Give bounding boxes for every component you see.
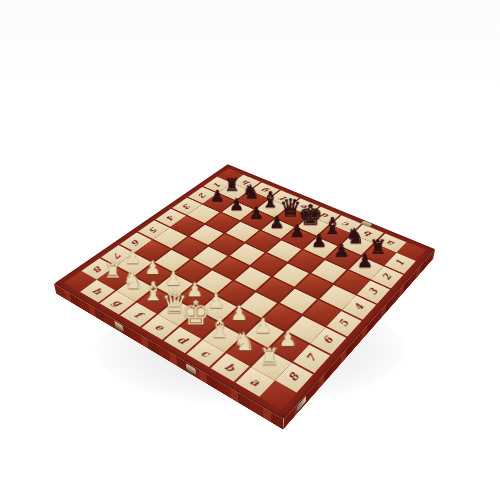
board-scene: hgfedcba hgfedcba 12345678 12345678 ♜♞♝♛… — [114, 130, 386, 402]
white-knight-glyph: ♞ — [123, 269, 144, 292]
white-rook-glyph: ♜ — [104, 260, 122, 281]
black-pawn-glyph: ♟ — [356, 252, 372, 270]
white-rook-glyph: ♜ — [259, 344, 280, 367]
black-pawn-glyph: ♟ — [290, 223, 305, 240]
white-bishop-glyph: ♝ — [208, 314, 232, 341]
black-pawn-glyph: ♟ — [269, 214, 284, 231]
white-pawn-glyph: ♟ — [254, 316, 272, 336]
black-rook-glyph: ♜ — [224, 176, 240, 194]
white-pawn-glyph: ♟ — [230, 304, 248, 324]
chess-board: hgfedcba hgfedcba 12345678 12345678 ♜♞♝♛… — [54, 164, 435, 419]
white-pawn-glyph: ♟ — [125, 248, 141, 266]
black-pawn-glyph: ♟ — [229, 197, 244, 213]
product-photo-chess-set[interactable]: hgfedcba hgfedcba 12345678 12345678 ♜♞♝♛… — [0, 0, 500, 500]
black-pawn-glyph: ♟ — [249, 205, 264, 222]
white-pawn-glyph: ♟ — [145, 259, 161, 277]
white-pawn-glyph: ♟ — [278, 329, 296, 350]
white-knight-glyph: ♞ — [233, 329, 256, 354]
black-pawn-glyph: ♟ — [210, 188, 225, 204]
black-pawn-glyph: ♟ — [311, 232, 327, 250]
black-pawn-glyph: ♟ — [333, 242, 349, 260]
